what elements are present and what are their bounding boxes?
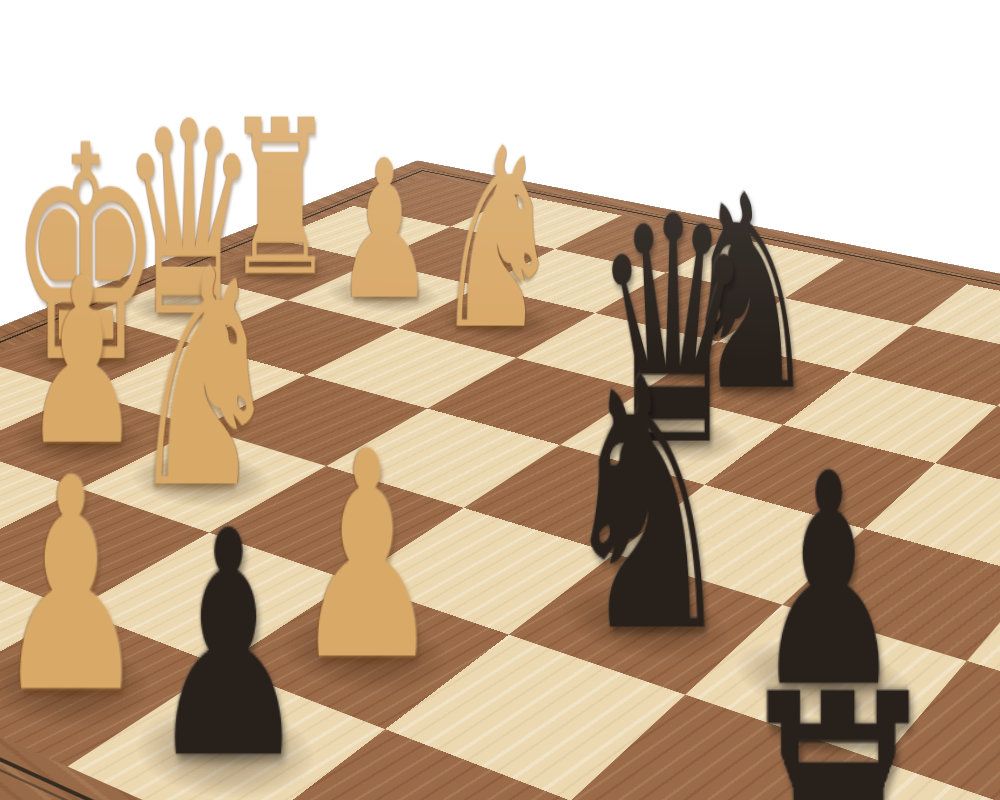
perspective-stretch-layer: ♜♟♞♞♛♛♚♟♞♞♟♟♟♟♜ [0, 0, 1000, 800]
perspective-layer: ♜♟♞♞♛♛♚♟♞♞♟♟♟♟♜ [0, 0, 1000, 800]
chess-board: ♜♟♞♞♛♛♚♟♞♞♟♟♟♟♜ [0, 161, 1000, 800]
pawn-glyph: ♟ [58, 490, 400, 800]
photo-stage: ♜♟♞♞♛♛♚♟♞♞♟♟♟♟♜ [0, 0, 1000, 800]
board-grid: ♜♟♞♞♛♛♚♟♞♞♟♟♟♟♜ [0, 176, 1000, 800]
square-d1: ♟ [68, 666, 386, 800]
rook-glyph: ♜ [631, 637, 1000, 800]
